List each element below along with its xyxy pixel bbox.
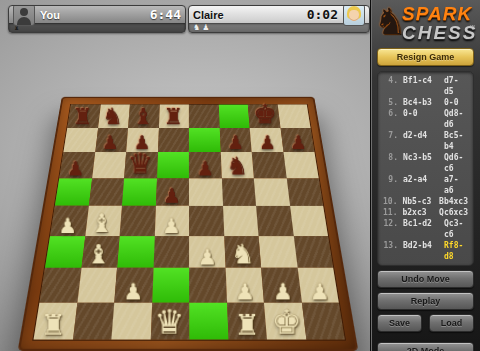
square-a8[interactable]: ♜ (67, 105, 100, 128)
square-a6[interactable]: ♟ (59, 152, 95, 178)
square-f4[interactable] (223, 206, 259, 236)
resign-game-button[interactable]: Resign Game (377, 48, 474, 66)
black-move: Rf8-d8 (444, 240, 468, 262)
square-d6[interactable] (157, 152, 189, 178)
move-number: 8. (383, 152, 398, 174)
white-move: Bf1-c4 (403, 75, 444, 97)
black-pawn-f7: ♟ (228, 133, 245, 152)
white-move: Bc1-d2 (403, 218, 444, 240)
captured-pawn-icon: ♟ (202, 24, 209, 32)
black-move: Qd6-c6 (444, 152, 468, 174)
white-rook-f1: ♜ (234, 310, 260, 339)
white-pawn-d4: ♟ (162, 215, 181, 236)
square-f7[interactable]: ♟ (219, 128, 251, 152)
square-e4[interactable] (189, 206, 224, 236)
replay-button[interactable]: Replay (377, 292, 474, 310)
square-b2[interactable] (77, 268, 117, 303)
save-button[interactable]: Save (377, 314, 422, 332)
square-d5[interactable]: ♟ (155, 178, 189, 206)
black-pawn-g7: ♟ (259, 133, 276, 152)
black-rook-a8: ♜ (72, 105, 92, 128)
black-bishop-c8: ♝ (133, 105, 153, 128)
white-pawn-g2: ♟ (273, 280, 293, 302)
square-e1[interactable] (189, 302, 228, 339)
square-e5[interactable] (189, 178, 223, 206)
square-b1[interactable] (72, 302, 114, 339)
move-row: 4.Bf1-c4d7-d5 (383, 75, 468, 97)
player-bar-white: You 6:44 ♝ (8, 5, 186, 33)
square-g8[interactable]: ♚ (248, 105, 280, 128)
move-row: 8.Nc3-b5Qd6-c6 (383, 152, 468, 174)
black-knight-f6: ♞ (227, 154, 249, 178)
white-pawn-a4: ♟ (58, 215, 77, 236)
white-queen-d1: ♛ (155, 306, 185, 340)
white-pawn-e3: ♟ (197, 246, 216, 268)
square-e7[interactable] (189, 128, 220, 152)
square-f8[interactable] (218, 105, 249, 128)
square-c6[interactable]: ♛ (124, 152, 157, 178)
square-e3[interactable]: ♟ (189, 236, 225, 268)
move-row: 5.Bc4-b30-0 (383, 97, 468, 108)
white-pawn-h2: ♟ (310, 280, 330, 302)
square-a7[interactable] (63, 128, 97, 152)
black-move: Bc5-b4 (444, 130, 468, 152)
white-captured-tray: ♝ (9, 23, 185, 32)
square-c7[interactable]: ♟ (126, 128, 158, 152)
move-row: 11.b2xc3Qc6xc3 (383, 207, 468, 218)
black-move: Bb4xc3 (439, 196, 468, 207)
square-e6[interactable]: ♟ (189, 152, 221, 178)
white-rook-a1: ♜ (40, 310, 66, 339)
square-d4[interactable]: ♟ (154, 206, 189, 236)
white-move: Bd2-b4 (403, 240, 444, 262)
move-row: 7.d2-d4Bc5-b4 (383, 130, 468, 152)
black-pawn-h7: ♟ (290, 133, 307, 152)
move-row: 6.0-0Qd8-d6 (383, 108, 468, 130)
board-frame: ♜♞♝♜♚♟♟♟♟♟♟♛♟♞♟♟♝♟♝♟♞♟♟♟♟♜♛♜♚ (18, 97, 359, 351)
square-c3[interactable] (117, 236, 154, 268)
square-a3[interactable] (45, 236, 85, 268)
black-pawn-a6: ♟ (67, 159, 84, 178)
white-knight-f3: ♞ (231, 241, 255, 268)
move-row: 10.Nb5-c3Bb4xc3 (383, 196, 468, 207)
move-row: 13.Bd2-b4Rf8-d8 (383, 240, 468, 262)
white-player-avatar (13, 5, 35, 26)
black-move: Qc3-c6 (444, 218, 468, 240)
black-pawn-c7: ♟ (133, 133, 150, 152)
white-pawn-c2: ♟ (123, 280, 143, 302)
move-number: 12. (383, 218, 398, 240)
move-number: 6. (383, 108, 398, 130)
square-h1[interactable] (301, 302, 344, 339)
trademark-mark: ™ (469, 24, 475, 30)
square-g2[interactable]: ♟ (261, 268, 301, 303)
move-row: 12.Bc1-d2Qc3-c6 (383, 218, 468, 240)
square-f1[interactable]: ♜ (227, 302, 267, 339)
captured-knight-icon: ♞ (193, 24, 200, 32)
square-f2[interactable]: ♟ (225, 268, 264, 303)
move-number: 4. (383, 75, 398, 97)
square-e8[interactable] (189, 105, 219, 128)
sparkchess-logo: ♞ SPARK CHESS ™ (376, 2, 475, 44)
logo-text-chess: CHESS (402, 22, 477, 44)
move-number: 13. (383, 240, 398, 262)
square-a2[interactable] (40, 268, 82, 303)
square-e2[interactable] (189, 268, 226, 303)
square-b5[interactable] (88, 178, 124, 206)
square-c4[interactable] (120, 206, 156, 236)
square-g4[interactable] (256, 206, 293, 236)
black-king-g8: ♚ (253, 101, 277, 127)
square-d3[interactable] (153, 236, 189, 268)
square-h3[interactable] (293, 236, 333, 268)
square-c8[interactable]: ♝ (128, 105, 159, 128)
square-a5[interactable] (55, 178, 92, 206)
2d-mode-button[interactable]: 2D Mode (377, 342, 474, 351)
square-f3[interactable]: ♞ (224, 236, 261, 268)
square-h7[interactable]: ♟ (280, 128, 314, 152)
move-number: 5. (383, 97, 398, 108)
move-number: 10. (383, 196, 397, 207)
square-g1[interactable]: ♚ (264, 302, 306, 339)
square-b4[interactable]: ♝ (85, 206, 122, 236)
square-g3[interactable] (258, 236, 297, 268)
black-move: Qc6xc3 (439, 207, 468, 218)
square-g7[interactable]: ♟ (250, 128, 283, 152)
square-b3[interactable]: ♝ (81, 236, 120, 268)
move-number: 7. (383, 130, 398, 152)
move-list[interactable]: 4.Bf1-c4d7-d55.Bc4-b30-06.0-0Qd8-d67.d2-… (377, 71, 474, 266)
square-c2[interactable]: ♟ (114, 268, 153, 303)
white-bishop-b3: ♝ (87, 241, 111, 268)
white-player-name: You (40, 9, 145, 21)
black-move: Qd8-d6 (444, 108, 468, 130)
white-move: a2-a4 (403, 174, 444, 196)
white-bishop-b4: ♝ (91, 210, 114, 236)
black-player-clock: 0:02 (307, 7, 338, 22)
move-row: 9.a2-a4a7-a6 (383, 174, 468, 196)
black-knight-b8: ♞ (103, 105, 123, 128)
square-d2[interactable] (152, 268, 189, 303)
square-h2[interactable]: ♟ (297, 268, 339, 303)
square-h5[interactable] (286, 178, 323, 206)
square-b8[interactable]: ♞ (98, 105, 130, 128)
black-pawn-e6: ♟ (196, 159, 213, 178)
player-bar-black: Claire 0:02 ♞♟ (188, 5, 370, 33)
white-move: Nc3-b5 (403, 152, 444, 174)
white-move: 0-0 (403, 108, 444, 130)
square-f6[interactable]: ♞ (220, 152, 253, 178)
square-b7[interactable]: ♟ (95, 128, 128, 152)
board-area: ♜♞♝♜♚♟♟♟♟♟♟♛♟♞♟♟♝♟♝♟♞♟♟♟♟♜♛♜♚ (18, 46, 358, 346)
black-move: d7-d5 (444, 75, 468, 97)
square-c1[interactable] (111, 302, 151, 339)
white-move: Nb5-c3 (402, 196, 439, 207)
undo-move-button[interactable]: Undo Move (377, 270, 474, 288)
square-d7[interactable] (158, 128, 189, 152)
white-move: Bc4-b3 (403, 97, 444, 108)
white-move: b2xc3 (402, 207, 439, 218)
black-pawn-d5: ♟ (163, 186, 181, 206)
square-g6[interactable] (252, 152, 287, 178)
sidebar: ♞ SPARK CHESS ™ Resign Game 4.Bf1-c4d7-d… (370, 0, 480, 351)
square-h8[interactable] (277, 105, 310, 128)
black-move: a7-a6 (444, 174, 468, 196)
square-d1[interactable]: ♛ (150, 302, 189, 339)
move-number: 9. (383, 174, 398, 196)
square-f5[interactable] (221, 178, 256, 206)
square-a1[interactable]: ♜ (34, 302, 77, 339)
black-rook-d8: ♜ (164, 105, 184, 128)
square-b6[interactable] (92, 152, 126, 178)
square-a4[interactable]: ♟ (50, 206, 88, 236)
load-button[interactable]: Load (429, 314, 474, 332)
square-d8[interactable]: ♜ (159, 105, 189, 128)
move-number: 11. (383, 207, 397, 218)
white-king-g1: ♚ (271, 306, 301, 340)
black-queen-c6: ♛ (128, 150, 153, 178)
square-g5[interactable] (254, 178, 290, 206)
square-h4[interactable] (290, 206, 328, 236)
black-player-name: Claire (193, 9, 302, 21)
square-c5[interactable] (122, 178, 157, 206)
black-move: 0-0 (444, 97, 468, 108)
white-player-clock: 6:44 (150, 7, 181, 22)
white-pawn-f2: ♟ (235, 280, 255, 302)
white-move: d2-d4 (403, 130, 444, 152)
black-player-avatar (343, 5, 365, 26)
chess-board[interactable]: ♜♞♝♜♚♟♟♟♟♟♟♛♟♞♟♟♝♟♝♟♞♟♟♟♟♜♛♜♚ (32, 104, 346, 341)
black-pawn-b7: ♟ (102, 133, 119, 152)
black-captured-tray: ♞♟ (189, 23, 369, 32)
square-h6[interactable] (283, 152, 319, 178)
